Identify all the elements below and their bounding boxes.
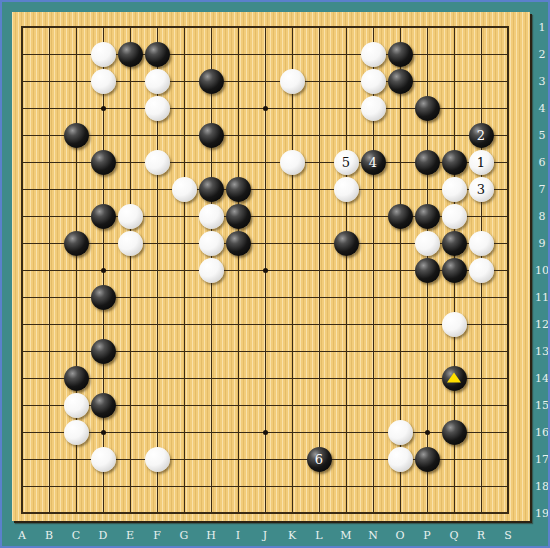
- intersection-A8[interactable]: [9, 203, 36, 230]
- intersection-H13[interactable]: [198, 338, 225, 365]
- intersection-D6[interactable]: [90, 149, 117, 176]
- intersection-I11[interactable]: [225, 284, 252, 311]
- intersection-K2[interactable]: [279, 41, 306, 68]
- intersection-R7[interactable]: 3: [468, 176, 495, 203]
- intersection-F3[interactable]: [144, 68, 171, 95]
- intersection-B3[interactable]: [36, 68, 63, 95]
- intersection-C16[interactable]: [63, 419, 90, 446]
- intersection-E1[interactable]: [117, 14, 144, 41]
- intersection-K17[interactable]: [279, 446, 306, 473]
- intersection-P6[interactable]: [414, 149, 441, 176]
- intersection-L11[interactable]: [306, 284, 333, 311]
- intersection-Q15[interactable]: [441, 392, 468, 419]
- intersection-C5[interactable]: [63, 122, 90, 149]
- intersection-F7[interactable]: [144, 176, 171, 203]
- intersection-D12[interactable]: [90, 311, 117, 338]
- intersection-E2[interactable]: [117, 41, 144, 68]
- intersection-C13[interactable]: [63, 338, 90, 365]
- intersection-N18[interactable]: [360, 473, 387, 500]
- intersection-C12[interactable]: [63, 311, 90, 338]
- intersection-E3[interactable]: [117, 68, 144, 95]
- intersection-Q16[interactable]: [441, 419, 468, 446]
- intersection-A17[interactable]: [9, 446, 36, 473]
- intersection-G9[interactable]: [171, 230, 198, 257]
- intersection-R17[interactable]: [468, 446, 495, 473]
- intersection-C4[interactable]: [63, 95, 90, 122]
- intersection-F15[interactable]: [144, 392, 171, 419]
- intersection-G7[interactable]: [171, 176, 198, 203]
- intersection-M19[interactable]: [333, 500, 360, 527]
- intersection-H11[interactable]: [198, 284, 225, 311]
- intersection-C10[interactable]: [63, 257, 90, 284]
- intersection-P1[interactable]: [414, 14, 441, 41]
- intersection-K3[interactable]: [279, 68, 306, 95]
- intersection-B10[interactable]: [36, 257, 63, 284]
- intersection-D19[interactable]: [90, 500, 117, 527]
- intersection-P9[interactable]: [414, 230, 441, 257]
- intersection-P5[interactable]: [414, 122, 441, 149]
- intersection-D13[interactable]: [90, 338, 117, 365]
- intersection-G17[interactable]: [171, 446, 198, 473]
- intersection-G6[interactable]: [171, 149, 198, 176]
- intersection-D3[interactable]: [90, 68, 117, 95]
- intersection-N10[interactable]: [360, 257, 387, 284]
- intersection-I8[interactable]: [225, 203, 252, 230]
- intersection-H12[interactable]: [198, 311, 225, 338]
- intersection-Q19[interactable]: [441, 500, 468, 527]
- intersection-Q14[interactable]: [441, 365, 468, 392]
- intersection-B9[interactable]: [36, 230, 63, 257]
- intersection-H17[interactable]: [198, 446, 225, 473]
- intersection-F2[interactable]: [144, 41, 171, 68]
- intersection-N17[interactable]: [360, 446, 387, 473]
- intersection-R12[interactable]: [468, 311, 495, 338]
- intersection-S18[interactable]: [495, 473, 522, 500]
- intersection-S2[interactable]: [495, 41, 522, 68]
- intersection-B15[interactable]: [36, 392, 63, 419]
- intersection-G19[interactable]: [171, 500, 198, 527]
- intersection-I15[interactable]: [225, 392, 252, 419]
- intersection-O6[interactable]: [387, 149, 414, 176]
- intersection-J2[interactable]: [252, 41, 279, 68]
- intersection-M8[interactable]: [333, 203, 360, 230]
- intersection-L10[interactable]: [306, 257, 333, 284]
- intersection-K4[interactable]: [279, 95, 306, 122]
- intersection-M1[interactable]: [333, 14, 360, 41]
- intersection-H2[interactable]: [198, 41, 225, 68]
- intersection-O19[interactable]: [387, 500, 414, 527]
- intersection-N9[interactable]: [360, 230, 387, 257]
- intersection-A13[interactable]: [9, 338, 36, 365]
- intersection-J16[interactable]: [252, 419, 279, 446]
- intersection-L13[interactable]: [306, 338, 333, 365]
- intersection-D17[interactable]: [90, 446, 117, 473]
- intersection-M12[interactable]: [333, 311, 360, 338]
- intersection-Q18[interactable]: [441, 473, 468, 500]
- intersection-D7[interactable]: [90, 176, 117, 203]
- intersection-J9[interactable]: [252, 230, 279, 257]
- intersection-G13[interactable]: [171, 338, 198, 365]
- intersection-F17[interactable]: [144, 446, 171, 473]
- intersection-G3[interactable]: [171, 68, 198, 95]
- intersection-F10[interactable]: [144, 257, 171, 284]
- intersection-J17[interactable]: [252, 446, 279, 473]
- intersection-E13[interactable]: [117, 338, 144, 365]
- intersection-M5[interactable]: [333, 122, 360, 149]
- intersection-I10[interactable]: [225, 257, 252, 284]
- intersection-O13[interactable]: [387, 338, 414, 365]
- intersection-S8[interactable]: [495, 203, 522, 230]
- intersection-M18[interactable]: [333, 473, 360, 500]
- intersection-S7[interactable]: [495, 176, 522, 203]
- intersection-N1[interactable]: [360, 14, 387, 41]
- intersection-F14[interactable]: [144, 365, 171, 392]
- intersection-D5[interactable]: [90, 122, 117, 149]
- intersection-J1[interactable]: [252, 14, 279, 41]
- intersection-K1[interactable]: [279, 14, 306, 41]
- intersection-B7[interactable]: [36, 176, 63, 203]
- intersection-I3[interactable]: [225, 68, 252, 95]
- intersection-I16[interactable]: [225, 419, 252, 446]
- intersection-A6[interactable]: [9, 149, 36, 176]
- intersection-O7[interactable]: [387, 176, 414, 203]
- intersection-M16[interactable]: [333, 419, 360, 446]
- intersection-K5[interactable]: [279, 122, 306, 149]
- intersection-K15[interactable]: [279, 392, 306, 419]
- intersection-C7[interactable]: [63, 176, 90, 203]
- intersection-D11[interactable]: [90, 284, 117, 311]
- intersection-F18[interactable]: [144, 473, 171, 500]
- intersection-E6[interactable]: [117, 149, 144, 176]
- intersection-J11[interactable]: [252, 284, 279, 311]
- intersection-B12[interactable]: [36, 311, 63, 338]
- intersection-Q4[interactable]: [441, 95, 468, 122]
- intersection-M11[interactable]: [333, 284, 360, 311]
- intersection-K9[interactable]: [279, 230, 306, 257]
- intersection-M9[interactable]: [333, 230, 360, 257]
- intersection-G18[interactable]: [171, 473, 198, 500]
- intersection-P13[interactable]: [414, 338, 441, 365]
- intersection-K13[interactable]: [279, 338, 306, 365]
- intersection-S10[interactable]: [495, 257, 522, 284]
- intersection-S1[interactable]: [495, 14, 522, 41]
- intersection-L19[interactable]: [306, 500, 333, 527]
- intersection-L8[interactable]: [306, 203, 333, 230]
- intersection-C1[interactable]: [63, 14, 90, 41]
- intersection-S3[interactable]: [495, 68, 522, 95]
- intersection-D16[interactable]: [90, 419, 117, 446]
- intersection-M2[interactable]: [333, 41, 360, 68]
- intersection-E11[interactable]: [117, 284, 144, 311]
- intersection-O18[interactable]: [387, 473, 414, 500]
- intersection-K10[interactable]: [279, 257, 306, 284]
- intersection-S13[interactable]: [495, 338, 522, 365]
- intersection-G4[interactable]: [171, 95, 198, 122]
- intersection-R18[interactable]: [468, 473, 495, 500]
- intersection-C3[interactable]: [63, 68, 90, 95]
- intersection-J7[interactable]: [252, 176, 279, 203]
- intersection-R9[interactable]: [468, 230, 495, 257]
- intersection-R6[interactable]: 1: [468, 149, 495, 176]
- intersection-R10[interactable]: [468, 257, 495, 284]
- intersection-L1[interactable]: [306, 14, 333, 41]
- intersection-G8[interactable]: [171, 203, 198, 230]
- intersection-G14[interactable]: [171, 365, 198, 392]
- intersection-O17[interactable]: [387, 446, 414, 473]
- intersection-P14[interactable]: [414, 365, 441, 392]
- intersection-L2[interactable]: [306, 41, 333, 68]
- intersection-H10[interactable]: [198, 257, 225, 284]
- intersection-P19[interactable]: [414, 500, 441, 527]
- intersection-H4[interactable]: [198, 95, 225, 122]
- intersection-E8[interactable]: [117, 203, 144, 230]
- intersection-B4[interactable]: [36, 95, 63, 122]
- intersection-A9[interactable]: [9, 230, 36, 257]
- intersection-C15[interactable]: [63, 392, 90, 419]
- intersection-D2[interactable]: [90, 41, 117, 68]
- intersection-C6[interactable]: [63, 149, 90, 176]
- intersection-Q13[interactable]: [441, 338, 468, 365]
- intersection-M6[interactable]: 5: [333, 149, 360, 176]
- intersection-L12[interactable]: [306, 311, 333, 338]
- intersection-N13[interactable]: [360, 338, 387, 365]
- intersection-J3[interactable]: [252, 68, 279, 95]
- intersection-S16[interactable]: [495, 419, 522, 446]
- intersection-R8[interactable]: [468, 203, 495, 230]
- intersection-C17[interactable]: [63, 446, 90, 473]
- intersection-O14[interactable]: [387, 365, 414, 392]
- intersection-R13[interactable]: [468, 338, 495, 365]
- intersection-L9[interactable]: [306, 230, 333, 257]
- intersection-E4[interactable]: [117, 95, 144, 122]
- intersection-K7[interactable]: [279, 176, 306, 203]
- intersection-N3[interactable]: [360, 68, 387, 95]
- intersection-K11[interactable]: [279, 284, 306, 311]
- intersection-G12[interactable]: [171, 311, 198, 338]
- intersection-O15[interactable]: [387, 392, 414, 419]
- intersection-E15[interactable]: [117, 392, 144, 419]
- intersection-H8[interactable]: [198, 203, 225, 230]
- intersection-M14[interactable]: [333, 365, 360, 392]
- intersection-Q10[interactable]: [441, 257, 468, 284]
- intersection-S12[interactable]: [495, 311, 522, 338]
- intersection-J6[interactable]: [252, 149, 279, 176]
- intersection-A10[interactable]: [9, 257, 36, 284]
- intersection-A5[interactable]: [9, 122, 36, 149]
- intersection-C11[interactable]: [63, 284, 90, 311]
- intersection-S11[interactable]: [495, 284, 522, 311]
- intersection-R15[interactable]: [468, 392, 495, 419]
- intersection-N2[interactable]: [360, 41, 387, 68]
- intersection-A2[interactable]: [9, 41, 36, 68]
- intersection-O8[interactable]: [387, 203, 414, 230]
- intersection-D10[interactable]: [90, 257, 117, 284]
- intersection-L15[interactable]: [306, 392, 333, 419]
- intersection-O12[interactable]: [387, 311, 414, 338]
- intersection-A4[interactable]: [9, 95, 36, 122]
- intersection-G15[interactable]: [171, 392, 198, 419]
- intersection-F19[interactable]: [144, 500, 171, 527]
- intersection-A18[interactable]: [9, 473, 36, 500]
- intersection-J12[interactable]: [252, 311, 279, 338]
- intersection-H14[interactable]: [198, 365, 225, 392]
- intersection-O11[interactable]: [387, 284, 414, 311]
- intersection-B2[interactable]: [36, 41, 63, 68]
- intersection-H9[interactable]: [198, 230, 225, 257]
- intersection-R3[interactable]: [468, 68, 495, 95]
- intersection-E10[interactable]: [117, 257, 144, 284]
- intersection-N6[interactable]: 4: [360, 149, 387, 176]
- intersection-C18[interactable]: [63, 473, 90, 500]
- intersection-I17[interactable]: [225, 446, 252, 473]
- intersection-I12[interactable]: [225, 311, 252, 338]
- intersection-H7[interactable]: [198, 176, 225, 203]
- intersection-R2[interactable]: [468, 41, 495, 68]
- intersection-N5[interactable]: [360, 122, 387, 149]
- intersection-L7[interactable]: [306, 176, 333, 203]
- intersection-I4[interactable]: [225, 95, 252, 122]
- intersection-L3[interactable]: [306, 68, 333, 95]
- intersection-J18[interactable]: [252, 473, 279, 500]
- intersection-Q1[interactable]: [441, 14, 468, 41]
- intersection-D15[interactable]: [90, 392, 117, 419]
- intersection-L6[interactable]: [306, 149, 333, 176]
- intersection-N4[interactable]: [360, 95, 387, 122]
- intersection-H18[interactable]: [198, 473, 225, 500]
- intersection-F11[interactable]: [144, 284, 171, 311]
- intersection-A19[interactable]: [9, 500, 36, 527]
- intersection-R11[interactable]: [468, 284, 495, 311]
- intersection-F13[interactable]: [144, 338, 171, 365]
- intersection-E7[interactable]: [117, 176, 144, 203]
- intersection-K16[interactable]: [279, 419, 306, 446]
- intersection-N8[interactable]: [360, 203, 387, 230]
- intersection-F1[interactable]: [144, 14, 171, 41]
- intersection-P10[interactable]: [414, 257, 441, 284]
- intersection-F8[interactable]: [144, 203, 171, 230]
- intersection-D18[interactable]: [90, 473, 117, 500]
- intersection-Q11[interactable]: [441, 284, 468, 311]
- intersection-L14[interactable]: [306, 365, 333, 392]
- intersection-K14[interactable]: [279, 365, 306, 392]
- intersection-S14[interactable]: [495, 365, 522, 392]
- intersection-A3[interactable]: [9, 68, 36, 95]
- intersection-C14[interactable]: [63, 365, 90, 392]
- intersection-J8[interactable]: [252, 203, 279, 230]
- intersection-Q7[interactable]: [441, 176, 468, 203]
- intersection-L4[interactable]: [306, 95, 333, 122]
- intersection-N7[interactable]: [360, 176, 387, 203]
- intersection-N15[interactable]: [360, 392, 387, 419]
- intersection-P3[interactable]: [414, 68, 441, 95]
- intersection-K12[interactable]: [279, 311, 306, 338]
- intersection-O9[interactable]: [387, 230, 414, 257]
- intersection-Q5[interactable]: [441, 122, 468, 149]
- intersection-A7[interactable]: [9, 176, 36, 203]
- intersection-G5[interactable]: [171, 122, 198, 149]
- intersection-R5[interactable]: 2: [468, 122, 495, 149]
- intersection-G10[interactable]: [171, 257, 198, 284]
- intersection-R19[interactable]: [468, 500, 495, 527]
- intersection-L18[interactable]: [306, 473, 333, 500]
- intersection-P4[interactable]: [414, 95, 441, 122]
- intersection-B19[interactable]: [36, 500, 63, 527]
- intersection-S19[interactable]: [495, 500, 522, 527]
- intersection-A12[interactable]: [9, 311, 36, 338]
- intersection-M13[interactable]: [333, 338, 360, 365]
- intersection-F9[interactable]: [144, 230, 171, 257]
- intersection-F5[interactable]: [144, 122, 171, 149]
- intersection-B11[interactable]: [36, 284, 63, 311]
- intersection-S6[interactable]: [495, 149, 522, 176]
- intersection-B1[interactable]: [36, 14, 63, 41]
- intersection-F12[interactable]: [144, 311, 171, 338]
- intersection-O5[interactable]: [387, 122, 414, 149]
- intersection-I19[interactable]: [225, 500, 252, 527]
- intersection-P11[interactable]: [414, 284, 441, 311]
- intersection-P8[interactable]: [414, 203, 441, 230]
- intersection-Q17[interactable]: [441, 446, 468, 473]
- intersection-K19[interactable]: [279, 500, 306, 527]
- intersection-P15[interactable]: [414, 392, 441, 419]
- intersection-I2[interactable]: [225, 41, 252, 68]
- intersection-N16[interactable]: [360, 419, 387, 446]
- intersection-L17[interactable]: 6: [306, 446, 333, 473]
- intersection-P16[interactable]: [414, 419, 441, 446]
- intersection-B18[interactable]: [36, 473, 63, 500]
- intersection-B8[interactable]: [36, 203, 63, 230]
- intersection-M10[interactable]: [333, 257, 360, 284]
- intersection-D8[interactable]: [90, 203, 117, 230]
- intersection-N14[interactable]: [360, 365, 387, 392]
- intersection-O3[interactable]: [387, 68, 414, 95]
- intersection-M3[interactable]: [333, 68, 360, 95]
- intersection-E14[interactable]: [117, 365, 144, 392]
- intersection-E19[interactable]: [117, 500, 144, 527]
- intersection-D1[interactable]: [90, 14, 117, 41]
- intersection-B13[interactable]: [36, 338, 63, 365]
- intersection-H1[interactable]: [198, 14, 225, 41]
- intersection-O16[interactable]: [387, 419, 414, 446]
- intersection-A16[interactable]: [9, 419, 36, 446]
- intersection-K6[interactable]: [279, 149, 306, 176]
- intersection-M7[interactable]: [333, 176, 360, 203]
- intersection-H19[interactable]: [198, 500, 225, 527]
- intersection-F6[interactable]: [144, 149, 171, 176]
- intersection-Q8[interactable]: [441, 203, 468, 230]
- intersection-N12[interactable]: [360, 311, 387, 338]
- intersection-I6[interactable]: [225, 149, 252, 176]
- intersection-P17[interactable]: [414, 446, 441, 473]
- intersection-M4[interactable]: [333, 95, 360, 122]
- intersection-Q12[interactable]: [441, 311, 468, 338]
- intersection-R1[interactable]: [468, 14, 495, 41]
- intersection-S15[interactable]: [495, 392, 522, 419]
- intersection-I13[interactable]: [225, 338, 252, 365]
- intersection-O1[interactable]: [387, 14, 414, 41]
- intersection-B5[interactable]: [36, 122, 63, 149]
- intersection-Q3[interactable]: [441, 68, 468, 95]
- intersection-G11[interactable]: [171, 284, 198, 311]
- intersection-C8[interactable]: [63, 203, 90, 230]
- intersection-E9[interactable]: [117, 230, 144, 257]
- intersection-C2[interactable]: [63, 41, 90, 68]
- intersection-B16[interactable]: [36, 419, 63, 446]
- intersection-O4[interactable]: [387, 95, 414, 122]
- intersection-N11[interactable]: [360, 284, 387, 311]
- intersection-A11[interactable]: [9, 284, 36, 311]
- intersection-S17[interactable]: [495, 446, 522, 473]
